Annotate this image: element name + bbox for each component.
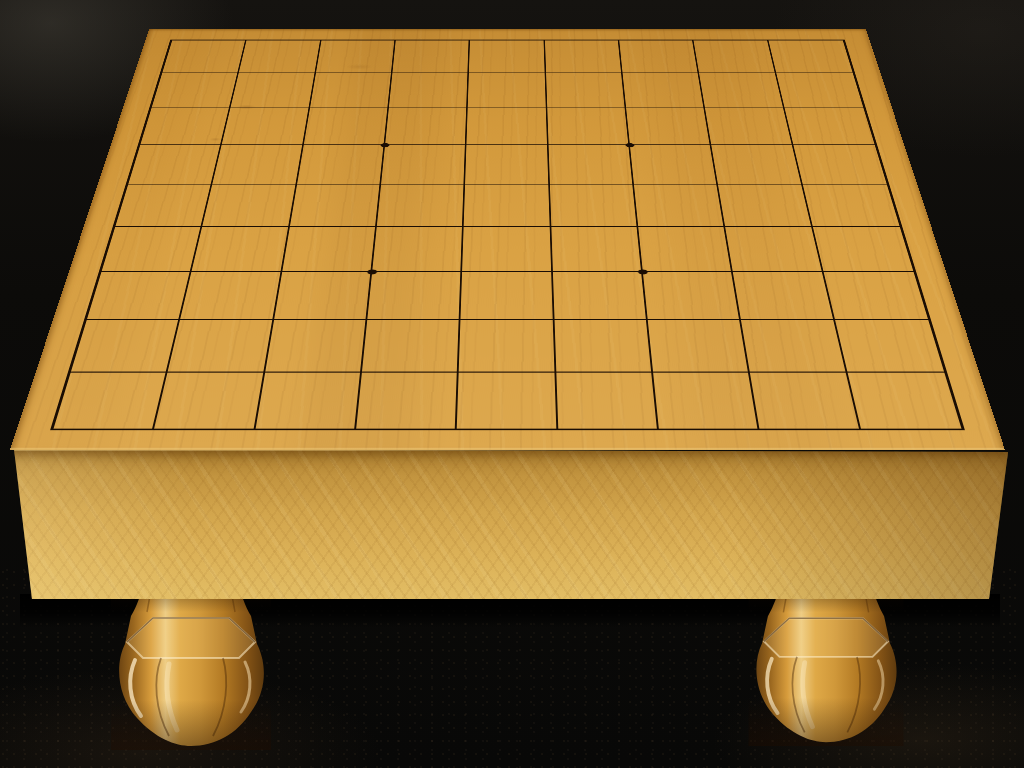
board-cell xyxy=(162,40,247,73)
board-cell xyxy=(847,372,961,428)
board-cell xyxy=(212,145,303,184)
board-cell xyxy=(282,227,377,272)
board-cell xyxy=(554,320,653,372)
board-cell xyxy=(53,372,167,428)
board-cell xyxy=(548,145,634,184)
board-cell xyxy=(381,145,467,184)
board-cell xyxy=(362,320,461,372)
board-cell xyxy=(638,227,733,272)
board-cell xyxy=(101,227,202,272)
board-cell xyxy=(385,108,468,145)
board-cell xyxy=(648,320,750,372)
board-cell xyxy=(550,185,639,227)
photo-background xyxy=(0,0,1024,768)
board-scene xyxy=(10,29,1005,450)
board-cell xyxy=(469,40,546,73)
board-cell xyxy=(372,227,464,272)
board-cell xyxy=(750,372,860,428)
board-cell xyxy=(467,108,549,145)
board-cell xyxy=(180,272,282,320)
board-cell xyxy=(86,272,191,320)
board-cell xyxy=(310,73,393,108)
board-cell xyxy=(823,272,928,320)
board-cell xyxy=(464,185,551,227)
board-cell xyxy=(356,372,459,428)
board-cell xyxy=(643,272,742,320)
board-cell xyxy=(712,145,803,184)
board-cell xyxy=(151,73,238,108)
board-cell xyxy=(316,40,396,73)
board-cell xyxy=(725,227,823,272)
board-cell xyxy=(392,40,470,73)
board-cell xyxy=(239,40,321,73)
board-cell xyxy=(803,185,900,227)
board-cell xyxy=(168,320,274,372)
shogi-grid xyxy=(50,39,965,430)
board-cell xyxy=(202,185,296,227)
board-cell xyxy=(154,372,264,428)
board-cell xyxy=(630,145,718,184)
board-cell xyxy=(699,73,784,108)
board-cell xyxy=(115,185,212,227)
board-cell xyxy=(457,372,558,428)
board-cell xyxy=(553,272,648,320)
star-point xyxy=(638,269,648,274)
board-cell xyxy=(71,320,180,372)
board-cell xyxy=(556,372,659,428)
board-cell xyxy=(653,372,760,428)
board-cell xyxy=(140,108,230,145)
board-cell xyxy=(255,372,362,428)
board-cell xyxy=(128,145,222,184)
board-cell xyxy=(626,108,711,145)
board-cell xyxy=(741,320,847,372)
board-cell xyxy=(551,227,643,272)
board-cell xyxy=(694,40,776,73)
board-cell xyxy=(274,272,373,320)
shogi-board-top xyxy=(10,29,1005,450)
board-cell xyxy=(813,227,914,272)
star-point xyxy=(625,143,634,147)
board-cell xyxy=(222,108,310,145)
board-cell xyxy=(192,227,290,272)
board-cell xyxy=(459,320,556,372)
board-cell xyxy=(231,73,316,108)
board-cell xyxy=(768,40,853,73)
board-cell xyxy=(547,108,630,145)
board-cell xyxy=(546,73,626,108)
board-front-side xyxy=(10,449,1008,599)
board-cell xyxy=(303,108,388,145)
board-cell xyxy=(377,185,466,227)
board-cell xyxy=(793,145,887,184)
board-cell xyxy=(623,73,706,108)
board-cell xyxy=(634,185,726,227)
board-cell xyxy=(389,73,469,108)
board-cell xyxy=(265,320,367,372)
board-cell xyxy=(784,108,874,145)
board-cell xyxy=(835,320,945,372)
board-cell xyxy=(619,40,699,73)
board-cell xyxy=(468,73,547,108)
board-cell xyxy=(367,272,462,320)
board-cell xyxy=(545,40,623,73)
board-cell xyxy=(461,272,555,320)
board-cell xyxy=(733,272,835,320)
board-cell xyxy=(705,108,793,145)
board-cell xyxy=(289,185,381,227)
board-cell xyxy=(465,145,549,184)
board-cell xyxy=(297,145,385,184)
board-cell xyxy=(462,227,552,272)
board-cell xyxy=(718,185,812,227)
board-cell xyxy=(776,73,863,108)
